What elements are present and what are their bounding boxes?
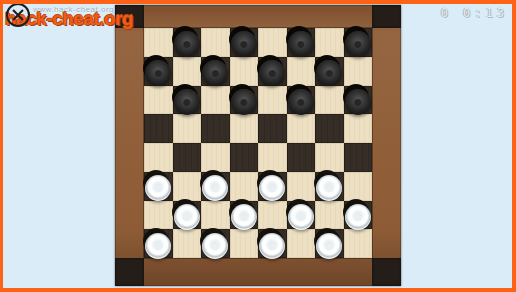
square-r2c7[interactable]: ● [315,57,344,86]
white-piece[interactable]: ● [345,204,371,230]
square-r7c2[interactable]: ● [173,201,202,230]
square-r1c4[interactable]: ● [230,28,259,57]
square-r5c8[interactable] [344,143,373,172]
square-r1c1 [144,28,173,57]
square-r4c7[interactable] [315,114,344,143]
board-corner [115,258,144,286]
square-r3c5 [258,86,287,115]
square-r2c4 [230,57,259,86]
square-r5c2[interactable] [173,143,202,172]
square-r7c7 [315,201,344,230]
square-r6c6 [287,172,316,201]
square-r1c2[interactable]: ● [173,28,202,57]
black-piece[interactable]: ● [174,31,200,57]
score-timer-display: 0 0:13 [441,6,508,20]
square-r3c8[interactable]: ● [344,86,373,115]
square-r3c3 [201,86,230,115]
square-r1c5 [258,28,287,57]
square-r1c6[interactable]: ● [287,28,316,57]
square-r3c7 [315,86,344,115]
app-window: www.hack-cheat.org hack-cheat.org 0 0:13… [0,0,516,292]
square-r7c6[interactable]: ● [287,201,316,230]
square-r1c7 [315,28,344,57]
square-r1c8[interactable]: ● [344,28,373,57]
white-piece[interactable]: ● [174,204,200,230]
square-r6c8 [344,172,373,201]
square-r5c6[interactable] [287,143,316,172]
white-piece[interactable]: ● [145,175,171,201]
square-r3c4[interactable]: ● [230,86,259,115]
square-r2c5[interactable]: ● [258,57,287,86]
white-piece[interactable]: ● [231,204,257,230]
black-piece[interactable]: ● [316,60,342,86]
white-piece[interactable]: ● [202,233,228,259]
circled-x-icon [6,3,30,27]
square-r4c6 [287,114,316,143]
square-r3c6[interactable]: ● [287,86,316,115]
black-piece[interactable]: ● [231,89,257,115]
square-r5c7 [315,143,344,172]
square-r8c1[interactable]: ● [144,229,173,258]
square-r8c4 [230,229,259,258]
square-r7c4[interactable]: ● [230,201,259,230]
square-r6c1[interactable]: ● [144,172,173,201]
square-r2c1[interactable]: ● [144,57,173,86]
square-r7c5 [258,201,287,230]
black-piece[interactable]: ● [231,31,257,57]
square-r4c5[interactable] [258,114,287,143]
square-r8c6 [287,229,316,258]
black-piece[interactable]: ● [288,31,314,57]
black-piece[interactable]: ● [174,89,200,115]
square-r6c5[interactable]: ● [258,172,287,201]
board-grid: ●●●●●●●●●●●●●●●●●●●●●●●● [144,28,372,258]
square-r8c8 [344,229,373,258]
square-r8c7[interactable]: ● [315,229,344,258]
white-piece[interactable]: ● [316,233,342,259]
square-r2c6 [287,57,316,86]
square-r7c3 [201,201,230,230]
square-r5c3 [201,143,230,172]
square-r3c1 [144,86,173,115]
square-r7c8[interactable]: ● [344,201,373,230]
square-r1c3 [201,28,230,57]
square-r4c8 [344,114,373,143]
square-r8c5[interactable]: ● [258,229,287,258]
black-piece[interactable]: ● [288,89,314,115]
square-r4c2 [173,114,202,143]
black-piece[interactable]: ● [259,60,285,86]
square-r3c2[interactable]: ● [173,86,202,115]
black-piece[interactable]: ● [202,60,228,86]
square-r4c1[interactable] [144,114,173,143]
board-corner [372,258,401,286]
square-r7c1 [144,201,173,230]
white-piece[interactable]: ● [202,175,228,201]
checkers-board: ●●●●●●●●●●●●●●●●●●●●●●●● [115,5,401,286]
square-r6c7[interactable]: ● [315,172,344,201]
square-r4c3[interactable] [201,114,230,143]
white-piece[interactable]: ● [288,204,314,230]
square-r5c5 [258,143,287,172]
square-r4c4 [230,114,259,143]
square-r5c1 [144,143,173,172]
square-r5c4[interactable] [230,143,259,172]
square-r8c2 [173,229,202,258]
black-piece[interactable]: ● [345,31,371,57]
square-r2c2 [173,57,202,86]
white-piece[interactable]: ● [145,233,171,259]
board-corner [372,5,401,28]
black-piece[interactable]: ● [345,89,371,115]
square-r2c8 [344,57,373,86]
square-r6c3[interactable]: ● [201,172,230,201]
square-r6c4 [230,172,259,201]
white-piece[interactable]: ● [259,233,285,259]
white-piece[interactable]: ● [316,175,342,201]
square-r8c3[interactable]: ● [201,229,230,258]
square-r6c2 [173,172,202,201]
square-r2c3[interactable]: ● [201,57,230,86]
white-piece[interactable]: ● [259,175,285,201]
black-piece[interactable]: ● [145,60,171,86]
